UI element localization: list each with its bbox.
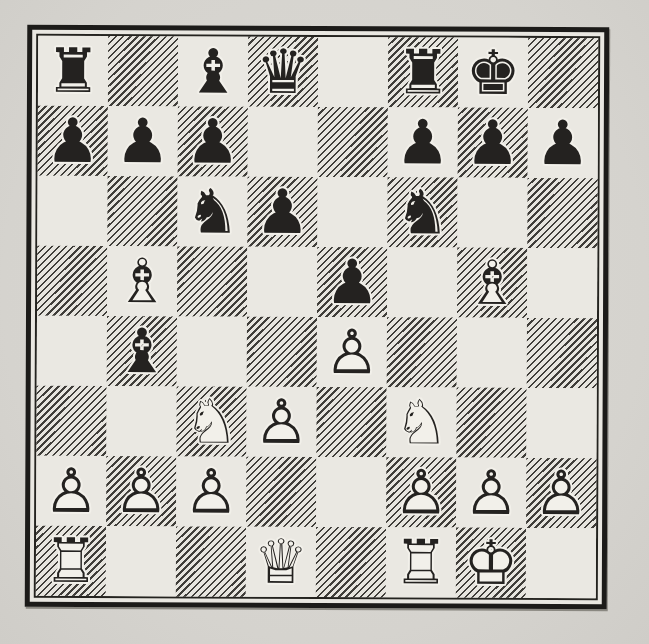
white-knight-icon: ♘ <box>176 386 246 456</box>
piece-white-king: ♚♔ <box>456 528 526 598</box>
square-b3[interactable] <box>106 386 176 456</box>
board-frame: ♜♜♝♝♛♛♜♜♚♚♟♟♟♟♟♟♟♟♟♟♟♟♞♞♟♟♞♞♝♗♟♟♝♗♝♝♟♙♞♘… <box>25 25 610 610</box>
black-rook-icon: ♜ <box>38 36 108 106</box>
square-d4[interactable] <box>247 317 317 387</box>
piece-white-pawn: ♟♙ <box>246 387 316 457</box>
square-c1[interactable] <box>176 526 246 596</box>
piece-white-pawn: ♟♙ <box>317 317 387 387</box>
piece-white-pawn: ♟♙ <box>526 458 596 528</box>
black-pawn-icon: ♟ <box>247 177 317 247</box>
white-bishop-icon: ♗ <box>457 248 527 318</box>
square-a8[interactable]: ♜♜ <box>38 36 108 106</box>
square-b5[interactable]: ♝♗ <box>107 246 177 316</box>
white-pawn-icon: ♙ <box>317 317 387 387</box>
square-c6[interactable]: ♞♞ <box>177 176 247 246</box>
piece-white-queen: ♛♕ <box>246 527 316 597</box>
square-c4[interactable] <box>177 316 247 386</box>
piece-white-bishop: ♝♗ <box>107 246 177 316</box>
white-rook-icon: ♖ <box>36 526 106 596</box>
square-a3[interactable] <box>36 386 106 456</box>
square-g6[interactable] <box>457 178 527 248</box>
square-e6[interactable] <box>317 177 387 247</box>
white-pawn-icon: ♙ <box>36 456 106 526</box>
black-pawn-icon: ♟ <box>458 108 528 178</box>
piece-black-pawn: ♟♟ <box>388 107 458 177</box>
square-b1[interactable] <box>106 526 176 596</box>
square-g8[interactable]: ♚♚ <box>458 38 528 108</box>
square-f6[interactable]: ♞♞ <box>387 177 457 247</box>
piece-white-knight: ♞♘ <box>176 386 246 456</box>
page-background: ♜♜♝♝♛♛♜♜♚♚♟♟♟♟♟♟♟♟♟♟♟♟♞♞♟♟♞♞♝♗♟♟♝♗♝♝♟♙♞♘… <box>0 0 649 644</box>
piece-white-pawn: ♟♙ <box>176 456 246 526</box>
square-f2[interactable]: ♟♙ <box>386 457 456 527</box>
board-inner-frame: ♜♜♝♝♛♛♜♜♚♚♟♟♟♟♟♟♟♟♟♟♟♟♞♞♟♟♞♞♝♗♟♟♝♗♝♝♟♙♞♘… <box>34 34 600 600</box>
white-pawn-icon: ♙ <box>386 457 456 527</box>
piece-black-bishop: ♝♝ <box>178 36 248 106</box>
white-queen-icon: ♕ <box>246 527 316 597</box>
square-e5[interactable]: ♟♟ <box>317 247 387 317</box>
square-d1[interactable]: ♛♕ <box>246 527 316 597</box>
black-pawn-icon: ♟ <box>178 106 248 176</box>
square-h8[interactable] <box>528 38 598 108</box>
square-c8[interactable]: ♝♝ <box>178 36 248 106</box>
square-e2[interactable] <box>316 457 386 527</box>
black-pawn-icon: ♟ <box>388 107 458 177</box>
square-e4[interactable]: ♟♙ <box>317 317 387 387</box>
black-queen-icon: ♛ <box>248 37 318 107</box>
square-h7[interactable]: ♟♟ <box>528 108 598 178</box>
white-pawn-icon: ♙ <box>526 458 596 528</box>
square-g4[interactable] <box>457 318 527 388</box>
black-pawn-icon: ♟ <box>317 247 387 317</box>
square-d2[interactable] <box>246 457 316 527</box>
square-h6[interactable] <box>527 178 597 248</box>
square-e8[interactable] <box>318 37 388 107</box>
piece-white-rook: ♜♖ <box>36 526 106 596</box>
piece-black-queen: ♛♛ <box>248 37 318 107</box>
square-b6[interactable] <box>107 176 177 246</box>
square-h1[interactable] <box>526 528 596 598</box>
chess-board: ♜♜♝♝♛♛♜♜♚♚♟♟♟♟♟♟♟♟♟♟♟♟♞♞♟♟♞♞♝♗♟♟♝♗♝♝♟♙♞♘… <box>36 36 598 598</box>
square-a6[interactable] <box>37 176 107 246</box>
piece-black-knight: ♞♞ <box>387 177 457 247</box>
piece-white-bishop: ♝♗ <box>457 248 527 318</box>
black-knight-icon: ♞ <box>177 176 247 246</box>
piece-black-knight: ♞♞ <box>177 176 247 246</box>
piece-black-pawn: ♟♟ <box>247 177 317 247</box>
square-c7[interactable]: ♟♟ <box>178 106 248 176</box>
white-pawn-icon: ♙ <box>106 456 176 526</box>
square-d7[interactable] <box>248 107 318 177</box>
white-pawn-icon: ♙ <box>176 456 246 526</box>
piece-black-pawn: ♟♟ <box>528 108 598 178</box>
square-a7[interactable]: ♟♟ <box>38 106 108 176</box>
square-e3[interactable] <box>316 387 386 457</box>
square-b2[interactable]: ♟♙ <box>106 456 176 526</box>
black-pawn-icon: ♟ <box>528 108 598 178</box>
piece-black-pawn: ♟♟ <box>317 247 387 317</box>
square-c5[interactable] <box>177 246 247 316</box>
piece-black-rook: ♜♜ <box>388 37 458 107</box>
black-bishop-icon: ♝ <box>107 316 177 386</box>
piece-black-king: ♚♚ <box>458 38 528 108</box>
square-e7[interactable] <box>318 107 388 177</box>
piece-black-bishop: ♝♝ <box>107 316 177 386</box>
piece-black-rook: ♜♜ <box>38 36 108 106</box>
square-f1[interactable]: ♜♖ <box>386 527 456 597</box>
square-f4[interactable] <box>387 317 457 387</box>
square-d8[interactable]: ♛♛ <box>248 37 318 107</box>
square-h3[interactable] <box>526 388 596 458</box>
square-d6[interactable]: ♟♟ <box>247 177 317 247</box>
square-g1[interactable]: ♚♔ <box>456 528 526 598</box>
white-pawn-icon: ♙ <box>246 387 316 457</box>
square-d3[interactable]: ♟♙ <box>246 387 316 457</box>
white-bishop-icon: ♗ <box>107 246 177 316</box>
square-f5[interactable] <box>387 247 457 317</box>
square-a5[interactable] <box>37 246 107 316</box>
black-pawn-icon: ♟ <box>38 106 108 176</box>
square-f8[interactable]: ♜♜ <box>388 37 458 107</box>
square-d5[interactable] <box>247 247 317 317</box>
square-g3[interactable] <box>456 388 526 458</box>
black-king-icon: ♚ <box>458 38 528 108</box>
square-a4[interactable] <box>37 316 107 386</box>
square-f7[interactable]: ♟♟ <box>388 107 458 177</box>
piece-white-pawn: ♟♙ <box>456 458 526 528</box>
square-f3[interactable]: ♞♘ <box>386 387 456 457</box>
square-g5[interactable]: ♝♗ <box>457 248 527 318</box>
square-a1[interactable]: ♜♖ <box>36 526 106 596</box>
white-pawn-icon: ♙ <box>456 458 526 528</box>
piece-black-pawn: ♟♟ <box>108 106 178 176</box>
black-pawn-icon: ♟ <box>108 106 178 176</box>
piece-white-pawn: ♟♙ <box>36 456 106 526</box>
square-b8[interactable] <box>108 36 178 106</box>
square-a2[interactable]: ♟♙ <box>36 456 106 526</box>
square-h5[interactable] <box>527 248 597 318</box>
square-h2[interactable]: ♟♙ <box>526 458 596 528</box>
black-knight-icon: ♞ <box>387 177 457 247</box>
piece-white-knight: ♞♘ <box>386 387 456 457</box>
piece-black-pawn: ♟♟ <box>178 106 248 176</box>
piece-black-pawn: ♟♟ <box>458 108 528 178</box>
black-bishop-icon: ♝ <box>178 36 248 106</box>
square-c3[interactable]: ♞♘ <box>176 386 246 456</box>
square-b4[interactable]: ♝♝ <box>107 316 177 386</box>
square-b7[interactable]: ♟♟ <box>108 106 178 176</box>
piece-white-pawn: ♟♙ <box>386 457 456 527</box>
square-e1[interactable] <box>316 527 386 597</box>
square-g7[interactable]: ♟♟ <box>458 108 528 178</box>
square-g2[interactable]: ♟♙ <box>456 458 526 528</box>
white-rook-icon: ♖ <box>386 527 456 597</box>
black-rook-icon: ♜ <box>388 37 458 107</box>
piece-white-rook: ♜♖ <box>386 527 456 597</box>
square-c2[interactable]: ♟♙ <box>176 456 246 526</box>
piece-black-pawn: ♟♟ <box>38 106 108 176</box>
white-knight-icon: ♘ <box>386 387 456 457</box>
square-h4[interactable] <box>527 318 597 388</box>
piece-white-pawn: ♟♙ <box>106 456 176 526</box>
white-king-icon: ♔ <box>456 528 526 598</box>
